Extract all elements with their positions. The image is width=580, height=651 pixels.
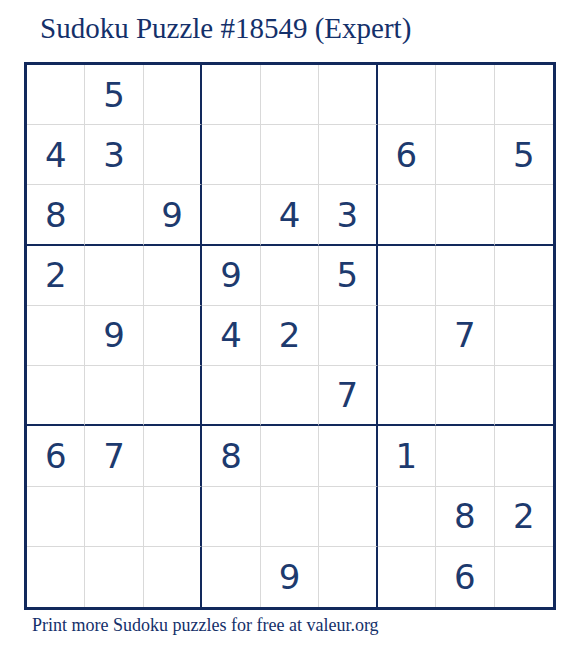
cell-r6c9 (495, 366, 553, 426)
cell-r9c8: 6 (436, 547, 494, 607)
cell-r6c2 (85, 366, 143, 426)
cell-r6c1 (27, 366, 85, 426)
cell-r3c9 (495, 185, 553, 245)
cell-r2c4 (202, 125, 260, 185)
cell-r4c8 (436, 246, 494, 306)
cell-r5c7 (378, 306, 436, 366)
cell-r5c6 (319, 306, 377, 366)
cell-r4c3 (144, 246, 202, 306)
cell-r1c2: 5 (85, 65, 143, 125)
cell-r8c1 (27, 487, 85, 547)
cell-r9c3 (144, 547, 202, 607)
cell-r1c1 (27, 65, 85, 125)
cell-r3c2 (85, 185, 143, 245)
cell-r2c2: 3 (85, 125, 143, 185)
cell-r2c6 (319, 125, 377, 185)
cell-r4c1: 2 (27, 246, 85, 306)
cell-r6c4 (202, 366, 260, 426)
cell-r1c4 (202, 65, 260, 125)
cell-r4c2 (85, 246, 143, 306)
cell-r6c6: 7 (319, 366, 377, 426)
cell-r9c9 (495, 547, 553, 607)
cell-r8c4 (202, 487, 260, 547)
cell-r6c7 (378, 366, 436, 426)
cell-r3c7 (378, 185, 436, 245)
cell-r9c5: 9 (261, 547, 319, 607)
cell-r5c8: 7 (436, 306, 494, 366)
cell-r7c8 (436, 426, 494, 486)
cell-r5c2: 9 (85, 306, 143, 366)
cell-r2c9: 5 (495, 125, 553, 185)
cell-r4c9 (495, 246, 553, 306)
cell-r6c3 (144, 366, 202, 426)
cell-r8c5 (261, 487, 319, 547)
cell-r7c3 (144, 426, 202, 486)
cell-r7c4: 8 (202, 426, 260, 486)
cell-r8c6 (319, 487, 377, 547)
cell-r3c6: 3 (319, 185, 377, 245)
cell-r1c6 (319, 65, 377, 125)
cell-r3c8 (436, 185, 494, 245)
cell-r4c7 (378, 246, 436, 306)
cell-r4c5 (261, 246, 319, 306)
sudoku-grid: 5436589432959427767818296 (24, 62, 556, 610)
cell-r9c4 (202, 547, 260, 607)
cell-r5c4: 4 (202, 306, 260, 366)
page-title: Sudoku Puzzle #18549 (Expert) (40, 12, 411, 45)
cell-r6c8 (436, 366, 494, 426)
cell-r9c1 (27, 547, 85, 607)
cell-r8c8: 8 (436, 487, 494, 547)
cell-r6c5 (261, 366, 319, 426)
cell-r1c9 (495, 65, 553, 125)
cell-r1c3 (144, 65, 202, 125)
cell-r5c5: 2 (261, 306, 319, 366)
sudoku-page: Sudoku Puzzle #18549 (Expert) 5436589432… (0, 0, 580, 651)
cell-r8c2 (85, 487, 143, 547)
cell-r9c6 (319, 547, 377, 607)
cell-r7c9 (495, 426, 553, 486)
cell-r8c3 (144, 487, 202, 547)
cell-r1c7 (378, 65, 436, 125)
cell-r2c1: 4 (27, 125, 85, 185)
cell-r1c5 (261, 65, 319, 125)
cell-r2c5 (261, 125, 319, 185)
cell-r9c2 (85, 547, 143, 607)
cell-r9c7 (378, 547, 436, 607)
cell-r2c8 (436, 125, 494, 185)
cell-r7c6 (319, 426, 377, 486)
cell-r2c3 (144, 125, 202, 185)
cell-r7c5 (261, 426, 319, 486)
cell-r2c7: 6 (378, 125, 436, 185)
cell-r5c3 (144, 306, 202, 366)
cell-r8c7 (378, 487, 436, 547)
cell-r7c1: 6 (27, 426, 85, 486)
cell-r1c8 (436, 65, 494, 125)
cell-r5c1 (27, 306, 85, 366)
cell-r5c9 (495, 306, 553, 366)
cell-r3c4 (202, 185, 260, 245)
cell-r4c6: 5 (319, 246, 377, 306)
cell-r8c9: 2 (495, 487, 553, 547)
cell-r7c2: 7 (85, 426, 143, 486)
cell-r7c7: 1 (378, 426, 436, 486)
cell-r3c1: 8 (27, 185, 85, 245)
footer-text: Print more Sudoku puzzles for free at va… (32, 615, 379, 636)
cell-r3c5: 4 (261, 185, 319, 245)
cell-r4c4: 9 (202, 246, 260, 306)
cell-r3c3: 9 (144, 185, 202, 245)
